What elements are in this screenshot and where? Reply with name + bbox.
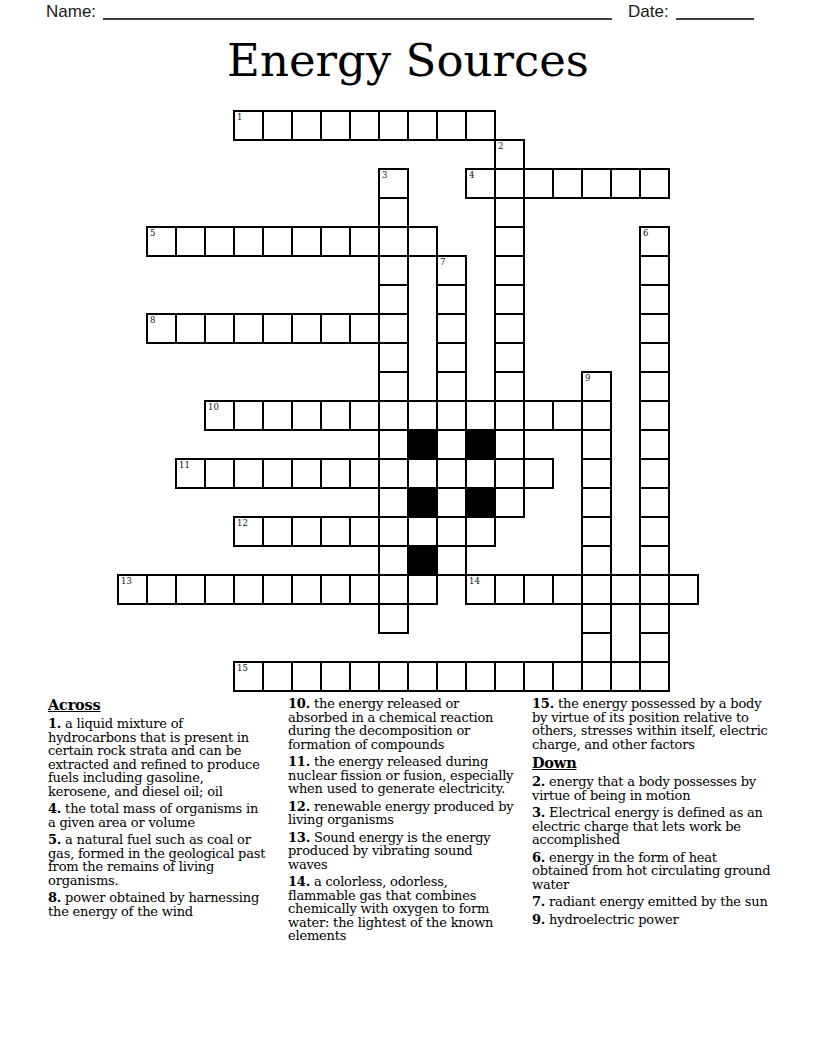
- grid-cell[interactable]: [262, 313, 293, 344]
- grid-cell[interactable]: [175, 226, 206, 257]
- clue-number: 14.: [288, 874, 310, 889]
- grid-cell[interactable]: [523, 661, 554, 692]
- grid-cell[interactable]: [320, 458, 351, 489]
- grid-cell[interactable]: [639, 371, 670, 402]
- grid-cell[interactable]: [378, 313, 409, 344]
- grid-cell[interactable]: [407, 661, 438, 692]
- grid-cell[interactable]: [494, 168, 525, 199]
- grid-cell[interactable]: [233, 226, 264, 257]
- grid-cell[interactable]: [639, 574, 670, 605]
- grid-cell[interactable]: 15: [233, 661, 264, 692]
- grid-cell[interactable]: [291, 400, 322, 431]
- grid-cell[interactable]: [639, 313, 670, 344]
- clue-across-4: 4. the total mass of organisms in a give…: [48, 802, 267, 829]
- grid-cell[interactable]: [639, 603, 670, 634]
- grid-cell[interactable]: [204, 313, 235, 344]
- clue-number: 7.: [532, 894, 545, 909]
- grid-cell[interactable]: [581, 545, 612, 576]
- cell-number: 10: [208, 402, 219, 412]
- grid-cell[interactable]: [494, 342, 525, 373]
- clue-across-12: 12. renewable energy produced by living …: [288, 800, 514, 827]
- grid-cell[interactable]: [204, 226, 235, 257]
- grid-cell[interactable]: [378, 661, 409, 692]
- grid-cell[interactable]: [378, 197, 409, 228]
- grid-cell[interactable]: [407, 574, 438, 605]
- name-input-line[interactable]: [103, 18, 612, 20]
- grid-cell[interactable]: [320, 516, 351, 547]
- grid-cell[interactable]: [407, 110, 438, 141]
- grid-cell[interactable]: [494, 313, 525, 344]
- grid-cell[interactable]: [320, 313, 351, 344]
- grid-cell[interactable]: 14: [465, 574, 496, 605]
- grid-cell[interactable]: [349, 661, 380, 692]
- clue-across-13: 13. Sound energy is the energy produced …: [288, 831, 514, 872]
- grid-cell[interactable]: [378, 545, 409, 576]
- grid-cell[interactable]: [436, 400, 467, 431]
- grid-cell[interactable]: [146, 574, 177, 605]
- grid-cell[interactable]: [523, 400, 554, 431]
- grid-cell[interactable]: [465, 110, 496, 141]
- grid-cell[interactable]: [291, 110, 322, 141]
- grid-cell[interactable]: [407, 458, 438, 489]
- grid-cell[interactable]: [291, 516, 322, 547]
- grid-cell[interactable]: [639, 632, 670, 663]
- grid-cell[interactable]: [320, 226, 351, 257]
- cell-number: 2: [498, 141, 503, 151]
- grid-cell[interactable]: [639, 284, 670, 315]
- grid-cell[interactable]: [436, 458, 467, 489]
- clue-across-15: 15. the energy possessed by a body by vi…: [532, 697, 773, 751]
- clue-column-2: 10. the energy released or absorbed in a…: [288, 697, 514, 947]
- grid-cell[interactable]: [291, 458, 322, 489]
- grid-cell[interactable]: [581, 487, 612, 518]
- grid-cell[interactable]: [349, 110, 380, 141]
- clue-down-9: 9. hydroelectric power: [532, 913, 773, 927]
- grid-cell[interactable]: [378, 603, 409, 634]
- grid-cell[interactable]: [552, 574, 583, 605]
- cell-number: 1: [237, 112, 242, 122]
- grid-cell[interactable]: [407, 516, 438, 547]
- black-cell: [465, 487, 496, 518]
- clue-number: 10.: [288, 696, 310, 711]
- grid-cell[interactable]: [320, 574, 351, 605]
- grid-cell[interactable]: [291, 574, 322, 605]
- page-title: Energy Sources: [0, 34, 816, 87]
- grid-cell[interactable]: [407, 400, 438, 431]
- clue-across-8: 8. power obtained by harnessing the ener…: [48, 891, 267, 918]
- grid-cell[interactable]: [581, 429, 612, 460]
- grid-cell[interactable]: [291, 313, 322, 344]
- black-cell: [407, 545, 438, 576]
- clue-down-6: 6. energy in the form of heat obtained f…: [532, 851, 773, 892]
- cell-number: 14: [469, 576, 480, 586]
- clue-number: 13.: [288, 830, 310, 845]
- grid-cell[interactable]: [552, 400, 583, 431]
- grid-cell[interactable]: [552, 168, 583, 199]
- grid-cell[interactable]: [494, 400, 525, 431]
- grid-cell[interactable]: 7: [436, 255, 467, 286]
- grid-cell[interactable]: [320, 400, 351, 431]
- grid-cell[interactable]: [262, 110, 293, 141]
- clue-number: 1.: [48, 716, 61, 731]
- grid-cell[interactable]: 3: [378, 168, 409, 199]
- date-label: Date:: [628, 2, 669, 22]
- clue-number: 15.: [532, 696, 554, 711]
- grid-cell[interactable]: [639, 545, 670, 576]
- clue-column-1: Across1. a liquid mixture of hydrocarbon…: [48, 697, 267, 922]
- grid-cell[interactable]: [494, 458, 525, 489]
- grid-cell[interactable]: [349, 313, 380, 344]
- cell-number: 15: [237, 663, 248, 673]
- grid-cell[interactable]: 5: [146, 226, 177, 257]
- grid-cell[interactable]: [378, 487, 409, 518]
- grid-cell[interactable]: [639, 516, 670, 547]
- grid-cell[interactable]: [581, 400, 612, 431]
- grid-cell[interactable]: [349, 458, 380, 489]
- cell-number: 4: [469, 170, 474, 180]
- grid-cell[interactable]: [610, 168, 641, 199]
- cell-number: 7: [440, 257, 445, 267]
- clue-number: 11.: [288, 754, 310, 769]
- grid-cell[interactable]: [349, 226, 380, 257]
- grid-cell[interactable]: [378, 110, 409, 141]
- grid-cell[interactable]: [610, 661, 641, 692]
- clue-number: 4.: [48, 801, 61, 816]
- grid-cell[interactable]: [523, 458, 554, 489]
- grid-cell[interactable]: [291, 226, 322, 257]
- grid-cell[interactable]: [262, 661, 293, 692]
- grid-cell[interactable]: [262, 226, 293, 257]
- clue-across-10: 10. the energy released or absorbed in a…: [288, 697, 514, 751]
- grid-cell[interactable]: 6: [639, 226, 670, 257]
- grid-cell[interactable]: [552, 661, 583, 692]
- worksheet-page: { "game": "crossword", "title": "Energy …: [0, 0, 816, 1056]
- black-cell: [407, 487, 438, 518]
- clue-number: 5.: [48, 832, 61, 847]
- grid-cell[interactable]: [378, 429, 409, 460]
- grid-cell[interactable]: [175, 313, 206, 344]
- grid-cell[interactable]: 12: [233, 516, 264, 547]
- cell-number: 6: [643, 228, 648, 238]
- grid-cell[interactable]: [291, 661, 322, 692]
- grid-cell[interactable]: [639, 342, 670, 373]
- grid-cell[interactable]: 2: [494, 139, 525, 170]
- grid-cell[interactable]: 4: [465, 168, 496, 199]
- grid-cell[interactable]: [436, 429, 467, 460]
- grid-cell[interactable]: [494, 371, 525, 402]
- cell-number: 5: [150, 228, 155, 238]
- grid-cell[interactable]: [204, 458, 235, 489]
- grid-cell[interactable]: [262, 574, 293, 605]
- grid-cell[interactable]: [465, 400, 496, 431]
- clue-number: 3.: [532, 805, 545, 820]
- grid-cell[interactable]: [494, 429, 525, 460]
- down-heading: Down: [532, 755, 773, 770]
- cell-number: 9: [585, 373, 590, 383]
- grid-cell[interactable]: [436, 110, 467, 141]
- grid-cell[interactable]: [378, 226, 409, 257]
- grid-cell[interactable]: [378, 458, 409, 489]
- clue-down-2: 2. energy that a body possesses by virtu…: [532, 775, 773, 802]
- across-heading: Across: [48, 697, 267, 712]
- grid-cell[interactable]: 13: [117, 574, 148, 605]
- grid-cell[interactable]: [465, 516, 496, 547]
- grid-cell[interactable]: [378, 284, 409, 315]
- grid-cell[interactable]: [523, 168, 554, 199]
- clue-across-11: 11. the energy released during nuclear f…: [288, 755, 514, 796]
- grid-cell[interactable]: [639, 487, 670, 518]
- grid-cell[interactable]: [407, 226, 438, 257]
- grid-cell[interactable]: [262, 458, 293, 489]
- grid-cell[interactable]: [436, 342, 467, 373]
- grid-cell[interactable]: 9: [581, 371, 612, 402]
- grid-cell[interactable]: [378, 516, 409, 547]
- grid-cell[interactable]: [610, 574, 641, 605]
- clue-across-14: 14. a colorless, odorless, flammable gas…: [288, 875, 514, 943]
- grid-cell[interactable]: [465, 661, 496, 692]
- clue-across-1: 1. a liquid mixture of hydrocarbons that…: [48, 717, 267, 798]
- grid-cell[interactable]: [494, 574, 525, 605]
- grid-cell[interactable]: [436, 487, 467, 518]
- grid-cell[interactable]: [436, 516, 467, 547]
- grid-cell[interactable]: [436, 313, 467, 344]
- clue-number: 12.: [288, 799, 310, 814]
- grid-cell[interactable]: [378, 255, 409, 286]
- grid-cell[interactable]: 1: [233, 110, 264, 141]
- clue-across-5: 5. a natural fuel such as coal or gas, f…: [48, 833, 267, 887]
- grid-cell[interactable]: [436, 545, 467, 576]
- cell-number: 13: [121, 576, 132, 586]
- grid-cell[interactable]: [378, 371, 409, 402]
- black-cell: [465, 429, 496, 460]
- grid-cell[interactable]: [233, 313, 264, 344]
- grid-cell[interactable]: [581, 661, 612, 692]
- grid-cell[interactable]: [494, 487, 525, 518]
- grid-cell[interactable]: [378, 400, 409, 431]
- grid-cell[interactable]: 11: [175, 458, 206, 489]
- grid-cell[interactable]: [349, 574, 380, 605]
- clue-down-3: 3. Electrical energy is defined as an el…: [532, 806, 773, 847]
- grid-cell[interactable]: [639, 255, 670, 286]
- grid-cell[interactable]: [639, 661, 670, 692]
- cell-number: 11: [179, 460, 190, 470]
- grid-cell[interactable]: [378, 342, 409, 373]
- grid-cell[interactable]: [378, 574, 409, 605]
- grid-cell[interactable]: [175, 574, 206, 605]
- name-label: Name:: [46, 2, 96, 22]
- grid-cell[interactable]: [233, 458, 264, 489]
- grid-cell[interactable]: [349, 516, 380, 547]
- grid-cell[interactable]: [639, 168, 670, 199]
- grid-cell[interactable]: [320, 661, 351, 692]
- clue-number: 6.: [532, 850, 545, 865]
- grid-cell[interactable]: [436, 284, 467, 315]
- grid-cell[interactable]: [494, 226, 525, 257]
- grid-cell[interactable]: [262, 400, 293, 431]
- clue-number: 9.: [532, 912, 545, 927]
- grid-cell[interactable]: [494, 661, 525, 692]
- date-input-line[interactable]: [676, 18, 754, 20]
- grid-cell[interactable]: [581, 168, 612, 199]
- grid-cell[interactable]: 8: [146, 313, 177, 344]
- grid-cell[interactable]: [581, 603, 612, 634]
- cell-number: 3: [382, 170, 387, 180]
- grid-cell[interactable]: [581, 574, 612, 605]
- grid-cell[interactable]: [581, 516, 612, 547]
- clue-number: 2.: [532, 774, 545, 789]
- clue-number: 8.: [48, 890, 61, 905]
- cell-number: 8: [150, 315, 155, 325]
- grid-cell[interactable]: [465, 458, 496, 489]
- grid-cell[interactable]: [436, 661, 467, 692]
- grid-cell[interactable]: [320, 110, 351, 141]
- grid-cell[interactable]: [639, 429, 670, 460]
- grid-cell[interactable]: [581, 632, 612, 663]
- grid-cell[interactable]: [639, 400, 670, 431]
- black-cell: [407, 429, 438, 460]
- grid-cell[interactable]: [436, 371, 467, 402]
- grid-cell[interactable]: [494, 284, 525, 315]
- grid-cell[interactable]: [523, 574, 554, 605]
- grid-cell[interactable]: [233, 574, 264, 605]
- grid-cell[interactable]: [262, 516, 293, 547]
- cell-number: 12: [237, 518, 248, 528]
- grid-cell[interactable]: [494, 197, 525, 228]
- grid-cell[interactable]: [494, 255, 525, 286]
- grid-cell[interactable]: 10: [204, 400, 235, 431]
- grid-cell[interactable]: [204, 574, 235, 605]
- grid-cell[interactable]: [349, 400, 380, 431]
- grid-cell[interactable]: [639, 458, 670, 489]
- grid-cell[interactable]: [668, 574, 699, 605]
- grid-cell[interactable]: [581, 458, 612, 489]
- clue-down-7: 7. radiant energy emitted by the sun: [532, 895, 773, 909]
- grid-cell[interactable]: [233, 400, 264, 431]
- clue-column-3: 15. the energy possessed by a body by vi…: [532, 697, 773, 930]
